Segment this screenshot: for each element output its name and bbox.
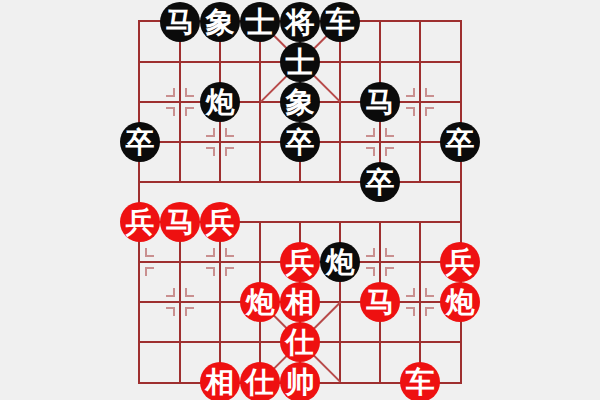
piece-red-cannon[interactable]: 炮 (440, 282, 480, 322)
point-marker (366, 248, 375, 257)
piece-red-chariot[interactable]: 车 (400, 362, 440, 400)
piece-red-soldier[interactable]: 兵 (120, 202, 160, 242)
piece-black-soldier[interactable]: 卒 (360, 162, 400, 202)
point-marker (145, 248, 154, 257)
point-marker (206, 128, 215, 137)
piece-black-cannon[interactable]: 炮 (200, 82, 240, 122)
point-marker (145, 267, 154, 276)
point-marker (185, 88, 194, 97)
point-marker (385, 267, 394, 276)
point-marker (425, 107, 434, 116)
point-marker (425, 307, 434, 316)
piece-red-advisor[interactable]: 仕 (240, 362, 280, 400)
point-marker (166, 288, 175, 297)
point-marker (225, 128, 234, 137)
piece-black-soldier[interactable]: 卒 (280, 122, 320, 162)
point-marker (225, 147, 234, 156)
piece-red-elephant[interactable]: 相 (200, 362, 240, 400)
piece-red-horse[interactable]: 马 (160, 202, 200, 242)
piece-black-soldier[interactable]: 卒 (120, 122, 160, 162)
point-marker (385, 248, 394, 257)
point-marker (185, 307, 194, 316)
piece-black-advisor[interactable]: 士 (240, 2, 280, 42)
piece-red-soldier[interactable]: 兵 (200, 202, 240, 242)
point-marker (206, 248, 215, 257)
piece-red-advisor[interactable]: 仕 (280, 322, 320, 362)
point-marker (166, 88, 175, 97)
piece-black-cannon[interactable]: 炮 (320, 242, 360, 282)
point-marker (385, 147, 394, 156)
piece-red-soldier[interactable]: 兵 (440, 242, 480, 282)
point-marker (406, 307, 415, 316)
point-marker (425, 288, 434, 297)
point-marker (166, 107, 175, 116)
piece-red-elephant[interactable]: 相 (280, 282, 320, 322)
piece-black-elephant[interactable]: 象 (280, 82, 320, 122)
point-marker (406, 288, 415, 297)
point-marker (225, 248, 234, 257)
point-marker (185, 107, 194, 116)
point-marker (385, 128, 394, 137)
point-marker (206, 147, 215, 156)
grid-line-vertical (419, 222, 421, 382)
piece-red-cannon[interactable]: 炮 (240, 282, 280, 322)
point-marker (225, 267, 234, 276)
grid-line-vertical (179, 222, 181, 382)
point-marker (406, 88, 415, 97)
piece-black-horse[interactable]: 马 (360, 82, 400, 122)
piece-black-elephant[interactable]: 象 (200, 2, 240, 42)
piece-black-soldier[interactable]: 卒 (440, 122, 480, 162)
piece-red-soldier[interactable]: 兵 (280, 242, 320, 282)
point-marker (366, 147, 375, 156)
piece-black-chariot[interactable]: 车 (320, 2, 360, 42)
grid-line-vertical (419, 22, 421, 182)
piece-black-general[interactable]: 将 (280, 2, 320, 42)
piece-red-general[interactable]: 帅 (280, 362, 320, 400)
grid-line-vertical (179, 22, 181, 182)
point-marker (366, 267, 375, 276)
point-marker (406, 107, 415, 116)
grid-line-vertical (219, 222, 221, 382)
point-marker (185, 288, 194, 297)
piece-black-advisor[interactable]: 士 (280, 42, 320, 82)
point-marker (366, 128, 375, 137)
point-marker (206, 267, 215, 276)
point-marker (166, 307, 175, 316)
xiangqi-app: 马象士将车士炮象马卒卒卒卒兵马兵兵炮兵炮相马炮仕相仕帅车 (0, 0, 600, 400)
xiangqi-board: 马象士将车士炮象马卒卒卒卒兵马兵兵炮兵炮相马炮仕相仕帅车 (140, 22, 460, 382)
point-marker (425, 88, 434, 97)
piece-red-horse[interactable]: 马 (360, 282, 400, 322)
piece-black-horse[interactable]: 马 (160, 2, 200, 42)
